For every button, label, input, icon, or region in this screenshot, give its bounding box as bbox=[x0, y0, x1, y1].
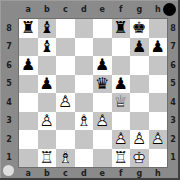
square-f5[interactable]: ♟ bbox=[112, 75, 131, 94]
coord-label: 5 bbox=[0, 75, 18, 94]
square-a2[interactable] bbox=[19, 130, 38, 149]
coord-label: e bbox=[93, 169, 112, 178]
square-h6[interactable] bbox=[149, 56, 168, 75]
square-c4[interactable]: ♟♙ bbox=[56, 93, 75, 112]
white-bishop[interactable]: ♝♗ bbox=[77, 113, 91, 129]
square-b5[interactable]: ♟ bbox=[38, 75, 57, 94]
black-pawn[interactable]: ♟ bbox=[95, 57, 109, 73]
square-d3[interactable]: ♝♗ bbox=[75, 112, 94, 131]
rank-labels-left: 87654321 bbox=[0, 19, 18, 167]
white-king[interactable]: ♚♔ bbox=[132, 150, 146, 166]
square-c8[interactable] bbox=[56, 19, 75, 38]
square-h1[interactable] bbox=[149, 149, 168, 168]
square-h7[interactable]: ♟ bbox=[149, 38, 168, 57]
square-e7[interactable] bbox=[93, 38, 112, 57]
coord-label: 7 bbox=[167, 38, 179, 57]
square-g7[interactable]: ♟ bbox=[130, 38, 149, 57]
square-c6[interactable] bbox=[56, 56, 75, 75]
square-h3[interactable] bbox=[149, 112, 168, 131]
black-pawn[interactable]: ♟ bbox=[132, 39, 146, 55]
square-c2[interactable] bbox=[56, 130, 75, 149]
square-d2[interactable] bbox=[75, 130, 94, 149]
square-g8[interactable]: ♚ bbox=[130, 19, 149, 38]
square-b6[interactable] bbox=[38, 56, 57, 75]
square-f6[interactable] bbox=[112, 56, 131, 75]
square-g3[interactable] bbox=[130, 112, 149, 131]
square-h8[interactable] bbox=[149, 19, 168, 38]
black-bishop[interactable]: ♝ bbox=[40, 39, 54, 55]
white-pawn[interactable]: ♟♙ bbox=[95, 113, 109, 129]
square-b7[interactable]: ♝ bbox=[38, 38, 57, 57]
square-f3[interactable] bbox=[112, 112, 131, 131]
coord-label: e bbox=[93, 5, 112, 14]
square-g5[interactable] bbox=[130, 75, 149, 94]
coord-label: 6 bbox=[167, 56, 179, 75]
coord-label: 7 bbox=[0, 38, 18, 57]
square-f8[interactable]: ♜ bbox=[112, 19, 131, 38]
square-f2[interactable]: ♟♙ bbox=[112, 130, 131, 149]
square-d1[interactable] bbox=[75, 149, 94, 168]
coord-label: c bbox=[56, 5, 75, 14]
white-pawn[interactable]: ♟♙ bbox=[114, 131, 128, 147]
white-pawn[interactable]: ♟♙ bbox=[132, 131, 146, 147]
square-b2[interactable] bbox=[38, 130, 57, 149]
square-a3[interactable] bbox=[19, 112, 38, 131]
coord-label: g bbox=[130, 5, 149, 14]
coord-label: b bbox=[38, 169, 57, 178]
black-rook[interactable]: ♜ bbox=[21, 20, 35, 36]
square-h4[interactable] bbox=[149, 93, 168, 112]
coord-label: 4 bbox=[0, 93, 18, 112]
square-h2[interactable]: ♟♙ bbox=[149, 130, 168, 149]
coord-label: 4 bbox=[167, 93, 179, 112]
coord-label: 5 bbox=[167, 75, 179, 94]
square-e2[interactable] bbox=[93, 130, 112, 149]
square-a8[interactable]: ♜ bbox=[19, 19, 38, 38]
chess-diagram: abcdefgh abcdefgh 87654321 87654321 ♜♝♜♚… bbox=[0, 0, 180, 180]
square-d5[interactable] bbox=[75, 75, 94, 94]
square-f1[interactable]: ♜♖ bbox=[112, 149, 131, 168]
coord-label: 8 bbox=[167, 19, 179, 38]
square-b3[interactable]: ♟♙ bbox=[38, 112, 57, 131]
white-side-indicator-icon bbox=[3, 165, 14, 176]
square-b8[interactable]: ♝ bbox=[38, 19, 57, 38]
file-labels-top: abcdefgh bbox=[19, 0, 167, 18]
black-pawn[interactable]: ♟ bbox=[114, 76, 128, 92]
square-a6[interactable]: ♟ bbox=[19, 56, 38, 75]
white-rook[interactable]: ♜♖ bbox=[114, 150, 128, 166]
coord-label: 8 bbox=[0, 19, 18, 38]
black-to-move-indicator-icon bbox=[163, 3, 176, 16]
square-g6[interactable] bbox=[130, 56, 149, 75]
coord-label: 2 bbox=[167, 130, 179, 149]
square-b1[interactable]: ♜♖ bbox=[38, 149, 57, 168]
square-c1[interactable]: ♝♗ bbox=[56, 149, 75, 168]
coord-label: a bbox=[19, 169, 38, 178]
coord-label: d bbox=[75, 5, 94, 14]
square-c3[interactable] bbox=[56, 112, 75, 131]
square-e5[interactable]: ♛ bbox=[93, 75, 112, 94]
square-c7[interactable] bbox=[56, 38, 75, 57]
coord-label: 3 bbox=[0, 112, 18, 131]
square-d6[interactable] bbox=[75, 56, 94, 75]
coord-label: 6 bbox=[0, 56, 18, 75]
coord-label: 2 bbox=[0, 130, 18, 149]
coord-label: 1 bbox=[167, 149, 179, 168]
chess-board: ♜♝♜♚♝♟♟♟♟♟♛♟♟♙♛♕♟♙♝♗♟♙♟♙♟♙♟♙♜♖♝♗♜♖♚♔ bbox=[19, 19, 167, 167]
square-f4[interactable]: ♛♕ bbox=[112, 93, 131, 112]
square-e1[interactable] bbox=[93, 149, 112, 168]
coord-label: h bbox=[149, 169, 168, 178]
square-d4[interactable] bbox=[75, 93, 94, 112]
white-queen[interactable]: ♛♕ bbox=[114, 94, 128, 110]
square-d7[interactable] bbox=[75, 38, 94, 57]
square-a7[interactable] bbox=[19, 38, 38, 57]
coord-label: c bbox=[56, 169, 75, 178]
square-c5[interactable] bbox=[56, 75, 75, 94]
white-pawn[interactable]: ♟♙ bbox=[58, 94, 72, 110]
square-g4[interactable] bbox=[130, 93, 149, 112]
white-bishop[interactable]: ♝♗ bbox=[58, 150, 72, 166]
square-e3[interactable]: ♟♙ bbox=[93, 112, 112, 131]
square-a1[interactable] bbox=[19, 149, 38, 168]
file-labels-bottom: abcdefgh bbox=[19, 167, 167, 179]
black-bishop[interactable]: ♝ bbox=[40, 20, 54, 36]
rank-labels-right: 87654321 bbox=[167, 19, 179, 167]
black-pawn[interactable]: ♟ bbox=[21, 57, 35, 73]
square-e6[interactable]: ♟ bbox=[93, 56, 112, 75]
square-g2[interactable]: ♟♙ bbox=[130, 130, 149, 149]
square-g1[interactable]: ♚♔ bbox=[130, 149, 149, 168]
coord-label: f bbox=[112, 169, 131, 178]
square-a5[interactable] bbox=[19, 75, 38, 94]
white-pawn[interactable]: ♟♙ bbox=[40, 113, 54, 129]
coord-label: d bbox=[75, 169, 94, 178]
black-rook[interactable]: ♜ bbox=[114, 20, 128, 36]
white-pawn[interactable]: ♟♙ bbox=[151, 131, 165, 147]
coord-label: 3 bbox=[167, 112, 179, 131]
coord-label: g bbox=[130, 169, 149, 178]
white-rook[interactable]: ♜♖ bbox=[40, 150, 54, 166]
black-pawn[interactable]: ♟ bbox=[151, 39, 165, 55]
coord-label: f bbox=[112, 5, 131, 14]
black-king[interactable]: ♚ bbox=[132, 20, 146, 36]
square-d8[interactable] bbox=[75, 19, 94, 38]
black-queen[interactable]: ♛ bbox=[95, 76, 109, 92]
square-e8[interactable] bbox=[93, 19, 112, 38]
coord-label: b bbox=[38, 5, 57, 14]
square-f7[interactable] bbox=[112, 38, 131, 57]
coord-label: a bbox=[19, 5, 38, 14]
black-pawn[interactable]: ♟ bbox=[40, 76, 54, 92]
square-a4[interactable] bbox=[19, 93, 38, 112]
square-b4[interactable] bbox=[38, 93, 57, 112]
square-h5[interactable] bbox=[149, 75, 168, 94]
square-e4[interactable] bbox=[93, 93, 112, 112]
